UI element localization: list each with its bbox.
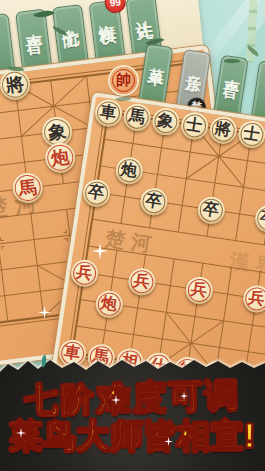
promo-banner: 七阶难度可调 菜鸟大师皆相宜! — [0, 356, 265, 471]
bamboo-stalk-icon — [246, 0, 257, 62]
board-grid[interactable]: 楚河 漢界 車馬象士將士象馬車炮炮卒卒卒卒卒兵兵兵兵兵炮炮車馬相仕帥仕相馬車 — [72, 112, 265, 387]
promo-line2: 菜鸟大师皆相宜! — [10, 418, 256, 454]
promo-line1: 七阶难度可调 — [24, 377, 241, 419]
decorative-general-piece: 帥 — [110, 67, 137, 94]
app-screen: 声音七阶悔棋99让先 楚河 漢界 將象炮馬 菜单音乐禁声音 楚河 漢界 車馬象士… — [0, 0, 265, 471]
